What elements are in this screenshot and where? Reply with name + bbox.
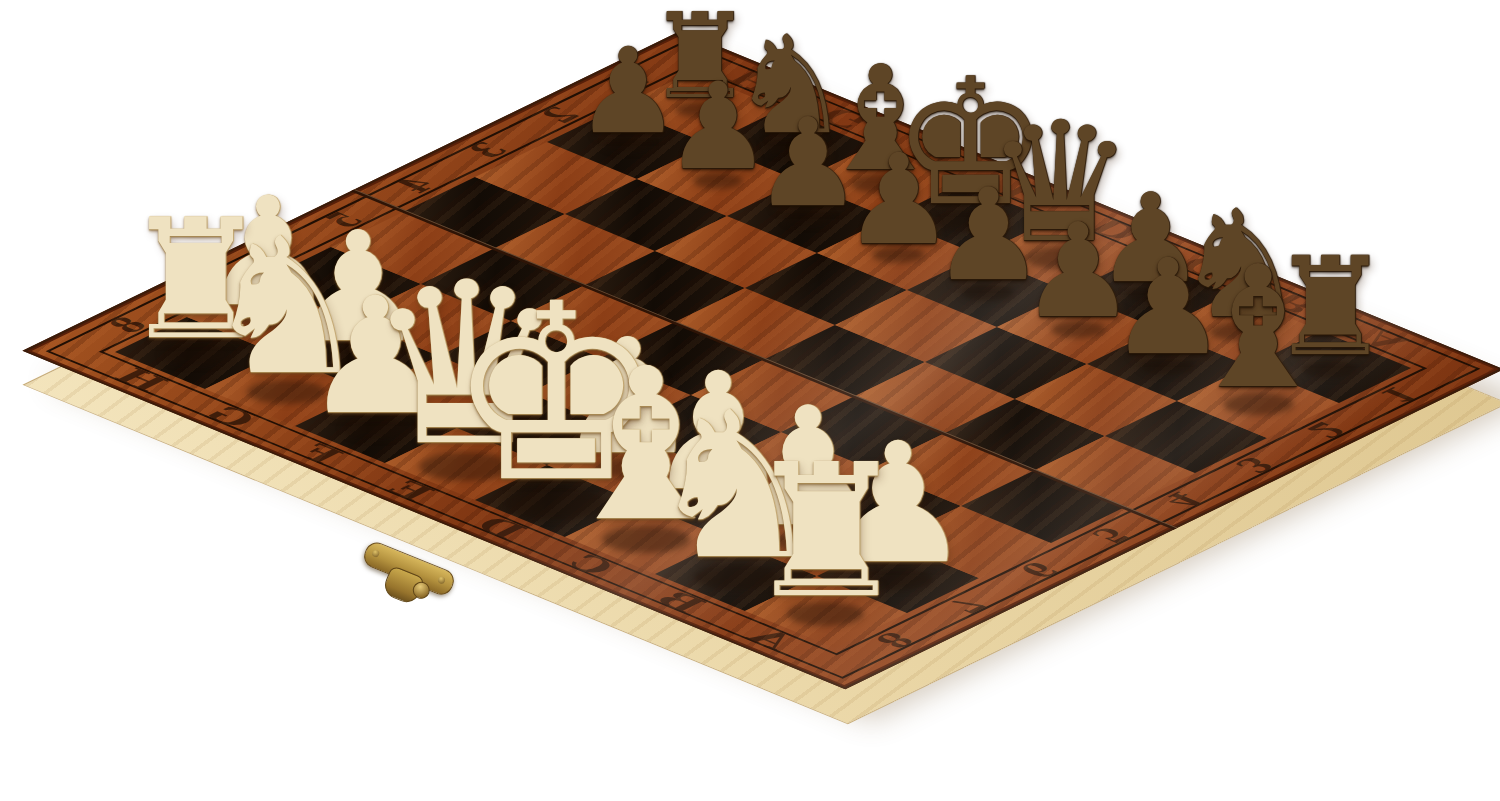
product-photo-scene: HHGGFFEEDDCCBBAA8877665544332211 ♜♞♝♚♛♟♞…	[0, 0, 1500, 801]
chess-board: HHGGFFEEDDCCBBAA8877665544332211	[115, 72, 1411, 648]
